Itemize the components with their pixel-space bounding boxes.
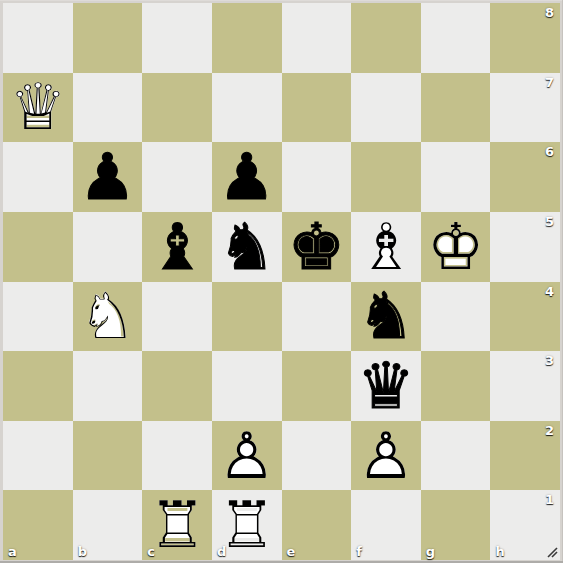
chess-board: 8♛♕7♟♟6♝♞♚♝♗♚♔5♞♘♞4♛3♟♙♟♙2abc♜♖d♜♖efg1h [3, 3, 560, 560]
square-b8[interactable] [73, 3, 143, 73]
square-d3[interactable] [212, 351, 282, 421]
square-d5[interactable]: ♞ [212, 212, 282, 282]
square-e8[interactable] [282, 3, 352, 73]
square-h4[interactable]: 4 [490, 282, 560, 352]
white-pawn-f2[interactable]: ♟♙ [351, 421, 421, 491]
square-f4[interactable]: ♞ [351, 282, 421, 352]
black-bishop-c5[interactable]: ♝ [142, 212, 212, 282]
square-e6[interactable] [282, 142, 352, 212]
knight-icon: ♘ [73, 282, 143, 352]
square-c4[interactable] [142, 282, 212, 352]
square-b5[interactable] [73, 212, 143, 282]
file-label-a: a [8, 544, 17, 559]
file-label-g: g [426, 544, 435, 559]
square-h8[interactable]: 8 [490, 3, 560, 73]
square-g1[interactable]: g [421, 490, 491, 560]
file-label-c: c [147, 544, 155, 559]
square-e5[interactable]: ♚ [282, 212, 352, 282]
rank-label-6: 6 [545, 144, 554, 159]
resize-handle-icon[interactable] [545, 545, 558, 558]
rank-label-4: 4 [545, 284, 554, 299]
king-icon: ♔ [421, 212, 491, 282]
square-g8[interactable] [421, 3, 491, 73]
board-frame: 8♛♕7♟♟6♝♞♚♝♗♚♔5♞♘♞4♛3♟♙♟♙2abc♜♖d♜♖efg1h [0, 0, 563, 563]
file-label-e: e [287, 544, 296, 559]
black-king-e5[interactable]: ♚ [282, 212, 352, 282]
rank-label-7: 7 [545, 75, 554, 90]
square-d6[interactable]: ♟ [212, 142, 282, 212]
square-g7[interactable] [421, 73, 491, 143]
rank-label-3: 3 [545, 353, 554, 368]
white-knight-b4[interactable]: ♞♘ [73, 282, 143, 352]
square-c7[interactable] [142, 73, 212, 143]
queen-icon: ♕ [3, 73, 73, 143]
square-d7[interactable] [212, 73, 282, 143]
square-b1[interactable]: b [73, 490, 143, 560]
file-label-h: h [495, 544, 504, 559]
square-f1[interactable]: f [351, 490, 421, 560]
square-h1[interactable]: 1h [490, 490, 560, 560]
square-a8[interactable] [3, 3, 73, 73]
square-b3[interactable] [73, 351, 143, 421]
square-h6[interactable]: 6 [490, 142, 560, 212]
rank-label-5: 5 [545, 214, 554, 229]
black-pawn-d6[interactable]: ♟ [212, 142, 282, 212]
pawn-icon: ♟ [212, 142, 282, 212]
square-g4[interactable] [421, 282, 491, 352]
white-bishop-f5[interactable]: ♝♗ [351, 212, 421, 282]
square-f6[interactable] [351, 142, 421, 212]
square-a7[interactable]: ♛♕ [3, 73, 73, 143]
file-label-b: b [78, 544, 87, 559]
square-e3[interactable] [282, 351, 352, 421]
square-d8[interactable] [212, 3, 282, 73]
square-c8[interactable] [142, 3, 212, 73]
square-a2[interactable] [3, 421, 73, 491]
bishop-icon: ♗ [351, 212, 421, 282]
black-pawn-b6[interactable]: ♟ [73, 142, 143, 212]
square-c3[interactable] [142, 351, 212, 421]
square-c6[interactable] [142, 142, 212, 212]
black-queen-f3[interactable]: ♛ [351, 351, 421, 421]
rank-label-2: 2 [545, 423, 554, 438]
king-icon: ♚ [282, 212, 352, 282]
square-d1[interactable]: d♜♖ [212, 490, 282, 560]
square-c5[interactable]: ♝ [142, 212, 212, 282]
file-label-d: d [217, 544, 226, 559]
square-a6[interactable] [3, 142, 73, 212]
square-b4[interactable]: ♞♘ [73, 282, 143, 352]
square-f3[interactable]: ♛ [351, 351, 421, 421]
square-g3[interactable] [421, 351, 491, 421]
file-label-f: f [356, 544, 362, 559]
square-a5[interactable] [3, 212, 73, 282]
rank-label-8: 8 [545, 5, 554, 20]
queen-icon: ♛ [351, 351, 421, 421]
knight-icon: ♞ [351, 282, 421, 352]
square-f5[interactable]: ♝♗ [351, 212, 421, 282]
square-g5[interactable]: ♚♔ [421, 212, 491, 282]
square-e1[interactable]: e [282, 490, 352, 560]
pawn-icon: ♙ [351, 421, 421, 491]
square-h7[interactable]: 7 [490, 73, 560, 143]
square-b6[interactable]: ♟ [73, 142, 143, 212]
square-d4[interactable] [212, 282, 282, 352]
square-c2[interactable] [142, 421, 212, 491]
white-queen-a7[interactable]: ♛♕ [3, 73, 73, 143]
square-f8[interactable] [351, 3, 421, 73]
bishop-icon: ♝ [142, 212, 212, 282]
pawn-icon: ♙ [212, 421, 282, 491]
square-a4[interactable] [3, 282, 73, 352]
square-e4[interactable] [282, 282, 352, 352]
square-b2[interactable] [73, 421, 143, 491]
square-b7[interactable] [73, 73, 143, 143]
black-knight-f4[interactable]: ♞ [351, 282, 421, 352]
white-pawn-d2[interactable]: ♟♙ [212, 421, 282, 491]
square-e2[interactable] [282, 421, 352, 491]
pawn-icon: ♟ [73, 142, 143, 212]
square-g6[interactable] [421, 142, 491, 212]
square-f7[interactable] [351, 73, 421, 143]
square-a3[interactable] [3, 351, 73, 421]
square-g2[interactable] [421, 421, 491, 491]
square-h5[interactable]: 5 [490, 212, 560, 282]
black-knight-d5[interactable]: ♞ [212, 212, 282, 282]
square-h2[interactable]: 2 [490, 421, 560, 491]
rank-label-1: 1 [545, 492, 554, 507]
square-c1[interactable]: c♜♖ [142, 490, 212, 560]
square-a1[interactable]: a [3, 490, 73, 560]
square-f2[interactable]: ♟♙ [351, 421, 421, 491]
square-e7[interactable] [282, 73, 352, 143]
square-d2[interactable]: ♟♙ [212, 421, 282, 491]
white-king-g5[interactable]: ♚♔ [421, 212, 491, 282]
square-h3[interactable]: 3 [490, 351, 560, 421]
knight-icon: ♞ [212, 212, 282, 282]
